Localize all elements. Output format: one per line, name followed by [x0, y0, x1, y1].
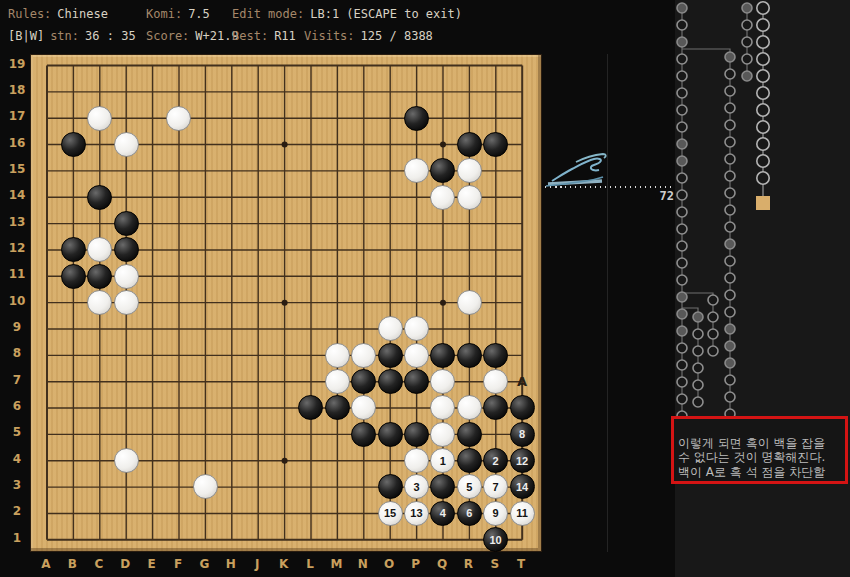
stone-black-D12[interactable]: [114, 237, 139, 262]
stone-black-S4[interactable]: 2: [483, 448, 508, 473]
stone-white-D11[interactable]: [114, 264, 139, 289]
row-label-19: 19: [6, 57, 28, 71]
stone-white-Q7[interactable]: [430, 369, 455, 394]
tree-node[interactable]: [757, 121, 769, 133]
stone-white-C17[interactable]: [87, 106, 112, 131]
tree-node[interactable]: [677, 207, 687, 217]
tree-node[interactable]: [725, 120, 735, 130]
col-label-E: E: [141, 557, 163, 571]
col-label-S: S: [484, 557, 506, 571]
tree-node[interactable]: [677, 88, 687, 98]
row-label-2: 2: [6, 504, 28, 518]
tree-node[interactable]: [693, 397, 703, 407]
stone-white-P9[interactable]: [404, 316, 429, 341]
stone-white-Q6[interactable]: [430, 395, 455, 420]
col-label-R: R: [457, 557, 479, 571]
tree-node[interactable]: [742, 20, 752, 30]
col-label-Q: Q: [431, 557, 453, 571]
stone-black-C11[interactable]: [87, 264, 112, 289]
tree-node[interactable]: [742, 54, 752, 64]
row-label-6: 6: [6, 399, 28, 413]
tree-node[interactable]: [708, 329, 718, 339]
stone-white-P8[interactable]: [404, 343, 429, 368]
stone-white-T2[interactable]: 11: [510, 501, 535, 526]
stone-black-D13[interactable]: [114, 211, 139, 236]
annotation-box: 이렇게 되면 흑이 백을 잡을 수 없다는 것이 명확해진다. 백이 A로 흑 …: [671, 416, 848, 484]
tree-node[interactable]: [757, 36, 769, 48]
col-label-F: F: [167, 557, 189, 571]
tree-node[interactable]: [757, 2, 769, 14]
stone-black-Q3[interactable]: [430, 474, 455, 499]
stone-white-P3[interactable]: 3: [404, 474, 429, 499]
tree-node[interactable]: [677, 37, 687, 47]
tree-node[interactable]: [725, 392, 735, 402]
tree-node[interactable]: [708, 312, 718, 322]
status-komi-label: Komi:: [146, 7, 182, 21]
stone-white-S3[interactable]: 7: [483, 474, 508, 499]
tree-node[interactable]: [693, 329, 703, 339]
stone-black-S16[interactable]: [483, 132, 508, 157]
status-visits-label: Visits:: [304, 29, 355, 43]
col-label-T: T: [510, 557, 532, 571]
tree-node[interactable]: [725, 103, 735, 113]
row-label-16: 16: [6, 136, 28, 150]
status-rules-value: Chinese: [57, 7, 108, 21]
tree-node[interactable]: [742, 71, 752, 81]
variation-tree-panel[interactable]: [675, 0, 850, 577]
row-label-5: 5: [6, 425, 28, 439]
stone-white-D10[interactable]: [114, 290, 139, 315]
tree-node[interactable]: [742, 3, 752, 13]
stone-white-S7[interactable]: [483, 369, 508, 394]
tree-node[interactable]: [757, 138, 769, 150]
row-label-4: 4: [6, 452, 28, 466]
tree-node[interactable]: [677, 309, 687, 319]
status-best-move-label: Best:: [232, 29, 268, 43]
tree-node[interactable]: [725, 69, 735, 79]
variation-tree[interactable]: [675, 0, 850, 577]
status-best-move-value: R11: [274, 29, 296, 43]
stone-black-O5[interactable]: [378, 422, 403, 447]
tree-node[interactable]: [677, 394, 687, 404]
tree-node[interactable]: [725, 52, 735, 62]
col-label-M: M: [325, 557, 347, 571]
tree-node[interactable]: [725, 307, 735, 317]
tree-node[interactable]: [725, 137, 735, 147]
tree-node[interactable]: [677, 360, 687, 370]
tree-node[interactable]: [677, 326, 687, 336]
tree-node[interactable]: [725, 239, 735, 249]
stone-white-P15[interactable]: [404, 158, 429, 183]
col-label-L: L: [299, 557, 321, 571]
tree-node[interactable]: [708, 295, 718, 305]
stone-white-C10[interactable]: [87, 290, 112, 315]
row-label-18: 18: [6, 83, 28, 97]
tree-node[interactable]: [677, 224, 687, 234]
stone-black-P17[interactable]: [404, 106, 429, 131]
annotation-text: 이렇게 되면 흑이 백을 잡을 수 없다는 것이 명확해진다. 백이 A로 흑 …: [678, 436, 825, 484]
stone-white-R14[interactable]: [457, 185, 482, 210]
stone-white-Q4[interactable]: 1: [430, 448, 455, 473]
stones-layer[interactable]: 246810121413579111315A: [34, 52, 535, 553]
stone-white-P4[interactable]: [404, 448, 429, 473]
col-label-C: C: [88, 557, 110, 571]
row-label-15: 15: [6, 162, 28, 176]
tree-node[interactable]: [677, 71, 687, 81]
status-edit-mode-value: LB:1 (ESCAPE to exit): [310, 7, 462, 21]
status-score-label: Score:: [146, 29, 189, 43]
row-label-1: 1: [6, 531, 28, 545]
col-label-D: D: [114, 557, 136, 571]
point-label-T7: A: [517, 374, 527, 389]
move-number-label: 72: [642, 189, 674, 203]
row-label-9: 9: [6, 320, 28, 334]
tree-node[interactable]: [742, 37, 752, 47]
tree-node[interactable]: [677, 139, 687, 149]
stone-white-O9[interactable]: [378, 316, 403, 341]
stone-black-P5[interactable]: [404, 422, 429, 447]
tree-node[interactable]: [725, 324, 735, 334]
stone-black-S8[interactable]: [483, 343, 508, 368]
row-label-11: 11: [6, 267, 28, 281]
stone-black-P7[interactable]: [404, 369, 429, 394]
row-label-10: 10: [6, 294, 28, 308]
stone-white-N6[interactable]: [351, 395, 376, 420]
row-label-13: 13: [6, 215, 28, 229]
tree-node[interactable]: [725, 358, 735, 368]
status-score: Score:W+21.9: [146, 29, 239, 43]
row-label-12: 12: [6, 241, 28, 255]
tree-node[interactable]: [677, 54, 687, 64]
tree-current-node-marker[interactable]: [756, 196, 770, 210]
row-label-14: 14: [6, 188, 28, 202]
col-label-J: J: [246, 557, 268, 571]
status-edit-mode-label: Edit mode:: [232, 7, 304, 21]
stone-white-M7[interactable]: [325, 369, 350, 394]
tree-node[interactable]: [725, 273, 735, 283]
stone-black-O7[interactable]: [378, 369, 403, 394]
tree-node[interactable]: [757, 172, 769, 184]
tree-node[interactable]: [677, 105, 687, 115]
status-visits: Visits:125 / 8388: [304, 29, 433, 43]
stone-black-Q8[interactable]: [430, 343, 455, 368]
tree-node[interactable]: [725, 171, 735, 181]
tree-node[interactable]: [725, 205, 735, 215]
stone-black-S1[interactable]: 10: [483, 527, 508, 552]
col-label-K: K: [273, 557, 295, 571]
col-label-N: N: [352, 557, 374, 571]
tree-node[interactable]: [757, 19, 769, 31]
stone-black-C14[interactable]: [87, 185, 112, 210]
stone-black-M6[interactable]: [325, 395, 350, 420]
graph-axis-line: [607, 54, 608, 552]
stone-black-B12[interactable]: [61, 237, 86, 262]
stone-black-R2[interactable]: 6: [457, 501, 482, 526]
tree-node[interactable]: [725, 222, 735, 232]
tree-node[interactable]: [708, 346, 718, 356]
stone-white-Q5[interactable]: [430, 422, 455, 447]
stone-black-N5[interactable]: [351, 422, 376, 447]
tree-node[interactable]: [757, 70, 769, 82]
stone-white-C12[interactable]: [87, 237, 112, 262]
col-label-B: B: [61, 557, 83, 571]
status-stone-count: [B|W]stn:36 : 35: [8, 29, 136, 43]
fifty-percent-dotted-line: [545, 186, 673, 188]
status-stone-count-label: stn:: [50, 29, 79, 43]
tree-node[interactable]: [757, 104, 769, 116]
stone-white-P2[interactable]: 13: [404, 501, 429, 526]
tree-node[interactable]: [725, 154, 735, 164]
col-label-O: O: [378, 557, 400, 571]
col-label-P: P: [405, 557, 427, 571]
tree-node[interactable]: [693, 312, 703, 322]
stone-white-N8[interactable]: [351, 343, 376, 368]
stone-white-R15[interactable]: [457, 158, 482, 183]
row-label-7: 7: [6, 373, 28, 387]
stone-white-G3[interactable]: [193, 474, 218, 499]
stone-white-D4[interactable]: [114, 448, 139, 473]
status-best-move: Best:R11: [232, 29, 296, 43]
col-label-A: A: [35, 557, 57, 571]
tree-node[interactable]: [677, 258, 687, 268]
row-label-8: 8: [6, 346, 28, 360]
col-label-H: H: [220, 557, 242, 571]
stone-white-F17[interactable]: [166, 106, 191, 131]
app-window: Rules:Chinese Komi:7.5 Edit mode:LB:1 (E…: [0, 0, 850, 577]
tree-node[interactable]: [677, 122, 687, 132]
col-label-G: G: [193, 557, 215, 571]
tree-node[interactable]: [693, 363, 703, 373]
status-stone-count-value: 36 : 35: [85, 29, 136, 43]
stone-white-R10[interactable]: [457, 290, 482, 315]
stone-black-S6[interactable]: [483, 395, 508, 420]
stone-black-N7[interactable]: [351, 369, 376, 394]
tree-node[interactable]: [677, 275, 687, 285]
stone-black-O3[interactable]: [378, 474, 403, 499]
tree-node[interactable]: [725, 375, 735, 385]
tree-node[interactable]: [725, 290, 735, 300]
stone-black-R4[interactable]: [457, 448, 482, 473]
status-rules-label: Rules:: [8, 7, 51, 21]
stone-black-T4[interactable]: 12: [510, 448, 535, 473]
status-komi-value: 7.5: [188, 7, 210, 21]
stone-white-D16[interactable]: [114, 132, 139, 157]
stone-black-L6[interactable]: [298, 395, 323, 420]
tree-node[interactable]: [725, 341, 735, 351]
tree-node[interactable]: [677, 173, 687, 183]
stone-black-R8[interactable]: [457, 343, 482, 368]
tree-node[interactable]: [693, 346, 703, 356]
stone-black-T3[interactable]: 14: [510, 474, 535, 499]
tree-node[interactable]: [677, 156, 687, 166]
stone-white-Q14[interactable]: [430, 185, 455, 210]
stone-white-R6[interactable]: [457, 395, 482, 420]
stone-black-O8[interactable]: [378, 343, 403, 368]
tree-node[interactable]: [725, 188, 735, 198]
tree-node[interactable]: [693, 380, 703, 390]
row-label-17: 17: [6, 109, 28, 123]
tree-node[interactable]: [757, 155, 769, 167]
tree-node[interactable]: [725, 86, 735, 96]
tree-node[interactable]: [677, 3, 687, 13]
stone-white-M8[interactable]: [325, 343, 350, 368]
stone-black-T5[interactable]: 8: [510, 422, 535, 447]
status-rules: Rules:Chinese: [8, 7, 108, 21]
stone-black-B16[interactable]: [61, 132, 86, 157]
stone-white-O2[interactable]: 15: [378, 501, 403, 526]
tree-node[interactable]: [725, 256, 735, 266]
tree-node[interactable]: [757, 87, 769, 99]
tree-node[interactable]: [677, 343, 687, 353]
stone-white-R3[interactable]: 5: [457, 474, 482, 499]
stone-white-S2[interactable]: 9: [483, 501, 508, 526]
stone-black-T6[interactable]: [510, 395, 535, 420]
status-visits-value: 125 / 8388: [361, 29, 433, 43]
status-stone-count-prefix: [B|W]: [8, 29, 44, 43]
stone-black-Q15[interactable]: [430, 158, 455, 183]
row-label-3: 3: [6, 478, 28, 492]
tree-node[interactable]: [677, 190, 687, 200]
status-edit-mode: Edit mode:LB:1 (ESCAPE to exit): [232, 7, 462, 21]
stone-black-R5[interactable]: [457, 422, 482, 447]
tree-node[interactable]: [677, 292, 687, 302]
stone-black-R16[interactable]: [457, 132, 482, 157]
tree-node[interactable]: [757, 53, 769, 65]
go-board[interactable]: 246810121413579111315A: [30, 54, 542, 552]
stone-black-B11[interactable]: [61, 264, 86, 289]
status-komi: Komi:7.5: [146, 7, 210, 21]
stone-black-Q2[interactable]: 4: [430, 501, 455, 526]
tree-node[interactable]: [677, 20, 687, 30]
tree-node[interactable]: [677, 377, 687, 387]
tree-node[interactable]: [677, 241, 687, 251]
